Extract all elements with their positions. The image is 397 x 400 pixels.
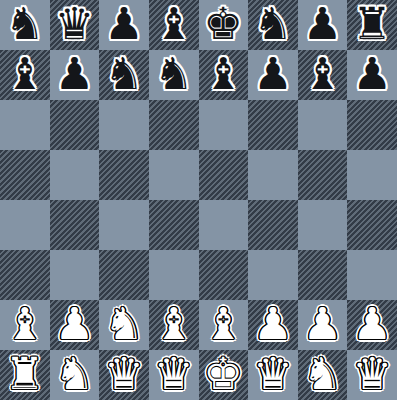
piece-white-knight-g1[interactable]: ♞	[303, 349, 342, 399]
square-h2[interactable]: ♟	[347, 300, 397, 350]
square-d3[interactable]	[149, 250, 199, 300]
piece-black-bishop-a7[interactable]: ♝	[5, 49, 44, 99]
square-b3[interactable]	[50, 250, 100, 300]
square-a1[interactable]: ♜	[0, 350, 50, 400]
piece-black-pawn-b7[interactable]: ♟	[55, 49, 94, 99]
square-c7[interactable]: ♞	[99, 50, 149, 100]
square-h8[interactable]: ♜	[347, 0, 397, 50]
square-h3[interactable]	[347, 250, 397, 300]
square-g6[interactable]	[298, 100, 348, 150]
square-g1[interactable]: ♞	[298, 350, 348, 400]
piece-white-pawn-g2[interactable]: ♟	[303, 299, 342, 349]
piece-black-pawn-g8[interactable]: ♟	[303, 0, 342, 49]
square-h6[interactable]	[347, 100, 397, 150]
square-e6[interactable]	[199, 100, 249, 150]
piece-black-queen-b8[interactable]: ♛	[55, 0, 94, 49]
piece-black-pawn-c8[interactable]: ♟	[104, 0, 143, 49]
square-d7[interactable]: ♞	[149, 50, 199, 100]
square-c1[interactable]: ♛	[99, 350, 149, 400]
piece-white-queen-c1[interactable]: ♛	[104, 349, 143, 399]
square-h5[interactable]	[347, 150, 397, 200]
square-a8[interactable]: ♞	[0, 0, 50, 50]
square-e1[interactable]: ♚	[199, 350, 249, 400]
square-d8[interactable]: ♝	[149, 0, 199, 50]
square-a7[interactable]: ♝	[0, 50, 50, 100]
square-h4[interactable]	[347, 200, 397, 250]
square-a6[interactable]	[0, 100, 50, 150]
piece-white-king-e1[interactable]: ♚	[204, 349, 243, 399]
square-b7[interactable]: ♟	[50, 50, 100, 100]
square-g3[interactable]	[298, 250, 348, 300]
piece-black-knight-d7[interactable]: ♞	[154, 49, 193, 99]
piece-white-pawn-f2[interactable]: ♟	[253, 299, 292, 349]
piece-white-bishop-a2[interactable]: ♝	[5, 299, 44, 349]
piece-white-queen-f1[interactable]: ♛	[253, 349, 292, 399]
square-e4[interactable]	[199, 200, 249, 250]
square-f1[interactable]: ♛	[248, 350, 298, 400]
square-g8[interactable]: ♟	[298, 0, 348, 50]
square-b1[interactable]: ♞	[50, 350, 100, 400]
square-a5[interactable]	[0, 150, 50, 200]
square-f7[interactable]: ♟	[248, 50, 298, 100]
square-d2[interactable]: ♝	[149, 300, 199, 350]
piece-black-pawn-h7[interactable]: ♟	[352, 49, 391, 99]
square-f8[interactable]: ♞	[248, 0, 298, 50]
square-g7[interactable]: ♝	[298, 50, 348, 100]
piece-black-pawn-f7[interactable]: ♟	[253, 49, 292, 99]
square-g4[interactable]	[298, 200, 348, 250]
square-d4[interactable]	[149, 200, 199, 250]
square-b8[interactable]: ♛	[50, 0, 100, 50]
square-c5[interactable]	[99, 150, 149, 200]
piece-black-bishop-d8[interactable]: ♝	[154, 0, 193, 49]
square-f6[interactable]	[248, 100, 298, 150]
square-b5[interactable]	[50, 150, 100, 200]
piece-white-knight-b1[interactable]: ♞	[55, 349, 94, 399]
piece-black-knight-f8[interactable]: ♞	[253, 0, 292, 49]
square-h1[interactable]: ♛	[347, 350, 397, 400]
square-b4[interactable]	[50, 200, 100, 250]
square-f4[interactable]	[248, 200, 298, 250]
square-f5[interactable]	[248, 150, 298, 200]
piece-black-bishop-g7[interactable]: ♝	[303, 49, 342, 99]
square-b2[interactable]: ♟	[50, 300, 100, 350]
piece-black-knight-a8[interactable]: ♞	[5, 0, 44, 49]
piece-white-rook-a1[interactable]: ♜	[5, 349, 44, 399]
square-e5[interactable]	[199, 150, 249, 200]
piece-white-knight-c2[interactable]: ♞	[104, 299, 143, 349]
square-c3[interactable]	[99, 250, 149, 300]
piece-black-bishop-e7[interactable]: ♝	[204, 49, 243, 99]
piece-white-bishop-e2[interactable]: ♝	[204, 299, 243, 349]
piece-black-rook-h8[interactable]: ♜	[352, 0, 391, 49]
square-d5[interactable]	[149, 150, 199, 200]
square-c2[interactable]: ♞	[99, 300, 149, 350]
square-e7[interactable]: ♝	[199, 50, 249, 100]
piece-white-pawn-h2[interactable]: ♟	[352, 299, 391, 349]
piece-white-queen-d1[interactable]: ♛	[154, 349, 193, 399]
piece-black-king-e8[interactable]: ♚	[204, 0, 243, 49]
piece-white-bishop-d2[interactable]: ♝	[154, 299, 193, 349]
square-c6[interactable]	[99, 100, 149, 150]
square-a2[interactable]: ♝	[0, 300, 50, 350]
square-d6[interactable]	[149, 100, 199, 150]
square-d1[interactable]: ♛	[149, 350, 199, 400]
square-f3[interactable]	[248, 250, 298, 300]
chess-board: ♞♛♟♝♚♞♟♜♝♟♞♞♝♟♝♟♝♟♞♝♝♟♟♟♜♞♛♛♚♛♞♛	[0, 0, 397, 400]
piece-white-queen-h1[interactable]: ♛	[352, 349, 391, 399]
square-e2[interactable]: ♝	[199, 300, 249, 350]
piece-white-pawn-b2[interactable]: ♟	[55, 299, 94, 349]
piece-black-knight-c7[interactable]: ♞	[104, 49, 143, 99]
square-c4[interactable]	[99, 200, 149, 250]
square-g5[interactable]	[298, 150, 348, 200]
square-e3[interactable]	[199, 250, 249, 300]
square-c8[interactable]: ♟	[99, 0, 149, 50]
square-f2[interactable]: ♟	[248, 300, 298, 350]
square-b6[interactable]	[50, 100, 100, 150]
square-a3[interactable]	[0, 250, 50, 300]
square-e8[interactable]: ♚	[199, 0, 249, 50]
square-h7[interactable]: ♟	[347, 50, 397, 100]
square-g2[interactable]: ♟	[298, 300, 348, 350]
square-a4[interactable]	[0, 200, 50, 250]
